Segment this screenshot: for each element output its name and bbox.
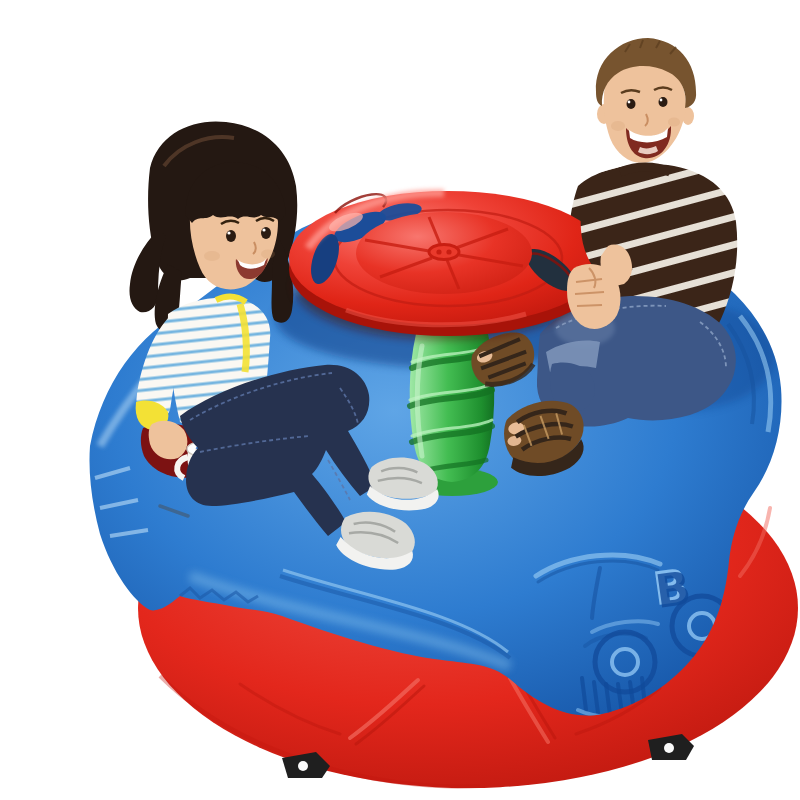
boy-eye-right: [659, 97, 668, 107]
product-photo: B B: [40, 16, 800, 800]
girl-eye-right: [261, 227, 271, 239]
embossed-letter: B: [652, 561, 694, 619]
steering-wheel: [289, 191, 607, 340]
boy-collar: [620, 167, 670, 172]
girl-eye-left: [226, 230, 236, 242]
boy-eye-left: [627, 99, 636, 109]
wheel-center-cap: [429, 245, 459, 260]
carousel-toy-illustration: B B: [40, 16, 800, 800]
